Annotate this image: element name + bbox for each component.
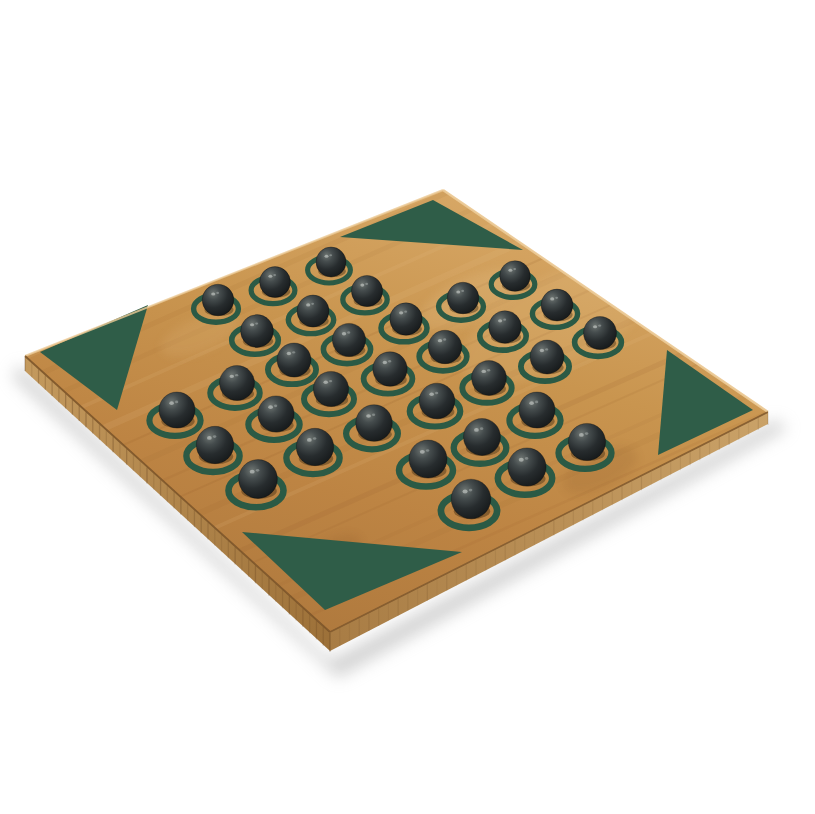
marble[interactable]	[277, 343, 311, 377]
marble-specular-dot	[175, 401, 178, 404]
marble-specular-dot	[474, 428, 479, 432]
marble[interactable]	[202, 284, 234, 316]
marble[interactable]	[297, 295, 329, 327]
marble[interactable]	[464, 419, 501, 456]
marble-specular-dot	[438, 339, 442, 342]
marble-specular-dot	[216, 292, 219, 294]
marble[interactable]	[296, 428, 333, 465]
marble[interactable]	[530, 340, 564, 374]
marble[interactable]	[451, 479, 491, 519]
marble-specular-dot	[342, 332, 346, 335]
marble-specular-dot	[211, 292, 215, 295]
marble-specular-dot	[481, 370, 486, 373]
marble[interactable]	[196, 426, 233, 463]
marble-specular-dot	[329, 380, 332, 382]
marble-specular-dot	[273, 274, 276, 276]
marble[interactable]	[584, 317, 617, 350]
marble-specular-dot	[461, 290, 464, 292]
marble-specular-dot	[383, 361, 387, 364]
marble[interactable]	[239, 460, 278, 499]
marble[interactable]	[241, 315, 274, 348]
marble[interactable]	[373, 352, 407, 386]
marble[interactable]	[316, 247, 346, 277]
marble[interactable]	[258, 396, 294, 432]
marble-specular-dot	[585, 432, 588, 435]
marble[interactable]	[159, 392, 195, 428]
marble[interactable]	[356, 405, 393, 442]
marble-specular-dot	[456, 290, 460, 293]
marble-specular-dot	[372, 413, 375, 416]
marble[interactable]	[351, 275, 382, 306]
marble-specular-dot	[462, 489, 467, 493]
marble-specular-dot	[306, 303, 310, 306]
marble[interactable]	[428, 330, 461, 363]
marble-specular-dot	[420, 450, 425, 454]
marble-specular-dot	[426, 449, 429, 452]
marble-specular-dot	[545, 348, 548, 350]
marble[interactable]	[332, 323, 365, 356]
marble[interactable]	[500, 261, 531, 292]
marble-specular-dot	[235, 374, 238, 376]
marble[interactable]	[419, 383, 455, 419]
marble-specular-dot	[480, 427, 483, 430]
marble-specular-dot	[535, 401, 538, 404]
marble-specular-dot	[313, 437, 316, 440]
marble-specular-dot	[324, 255, 328, 258]
marble-specular-dot	[255, 323, 258, 325]
marble-specular-dot	[579, 433, 584, 437]
marble-specular-dot	[525, 457, 528, 460]
marble-specular-dot	[529, 401, 534, 405]
marble[interactable]	[447, 282, 479, 314]
marble[interactable]	[390, 303, 422, 335]
marble[interactable]	[409, 440, 447, 478]
marble-specular-dot	[388, 360, 391, 362]
marble-specular-dot	[435, 392, 438, 394]
marble-specular-dot	[366, 414, 371, 418]
marble[interactable]	[260, 267, 291, 298]
marble-specular-dot	[347, 331, 350, 333]
marble-specular-dot	[256, 469, 259, 472]
marble[interactable]	[220, 366, 255, 401]
marble[interactable]	[541, 289, 573, 321]
marble-specular-dot	[503, 319, 506, 321]
marble-specular-dot	[307, 438, 312, 442]
marble[interactable]	[472, 361, 507, 396]
marble-specular-dot	[469, 489, 473, 492]
marble-specular-dot	[598, 324, 601, 326]
marble[interactable]	[519, 392, 555, 428]
marble-specular-dot	[311, 303, 314, 305]
marble-specular-dot	[250, 470, 255, 474]
marble-specular-dot	[207, 436, 212, 440]
marble-specular-dot	[323, 381, 328, 385]
marble-specular-dot	[250, 323, 254, 326]
marble-specular-dot	[519, 458, 524, 462]
marble-specular-dot	[274, 405, 277, 408]
marble-specular-dot	[292, 351, 295, 353]
marble-specular-dot	[429, 392, 434, 396]
product-photo	[0, 0, 815, 814]
marble-specular-dot	[360, 283, 364, 286]
marble-specular-dot	[513, 268, 516, 270]
marble-specular-dot	[508, 269, 512, 272]
marble-specular-dot	[550, 297, 554, 300]
marble-specular-dot	[404, 311, 407, 313]
marble-specular-dot	[540, 349, 544, 352]
marble-specular-dot	[213, 435, 216, 438]
marble[interactable]	[489, 311, 522, 344]
marble-specular-dot	[229, 375, 234, 378]
marble-specular-dot	[268, 405, 273, 409]
marble-specular-dot	[443, 338, 446, 340]
marble-specular-dot	[287, 352, 291, 355]
marble-specular-dot	[169, 401, 174, 405]
marble-specular-dot	[487, 369, 490, 371]
marble-specular-dot	[365, 283, 368, 285]
marble-specular-dot	[498, 319, 502, 322]
marble-specular-dot	[329, 254, 332, 256]
marble-specular-dot	[268, 275, 272, 278]
marble[interactable]	[568, 423, 605, 460]
solitaire-board	[0, 0, 815, 814]
marble[interactable]	[313, 371, 348, 406]
marble-specular-dot	[399, 311, 403, 314]
marble-specular-dot	[593, 325, 597, 328]
marble-specular-dot	[555, 297, 558, 299]
marble[interactable]	[508, 448, 546, 486]
